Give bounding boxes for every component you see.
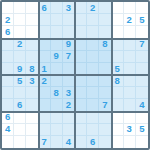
cell-r7c5[interactable] (51, 75, 63, 87)
cell-r8c7[interactable] (75, 87, 87, 99)
cell-r11c11[interactable]: 3 (124, 124, 136, 136)
given-digit: 5 (139, 15, 144, 25)
given-digit: 6 (90, 137, 95, 147)
cell-r2c4[interactable] (39, 14, 51, 26)
given-digit: 2 (41, 76, 46, 86)
cell-r2c7[interactable] (75, 14, 87, 26)
box-divider-horizontal-2 (2, 74, 148, 76)
given-digit: 8 (54, 88, 59, 98)
cell-r4c1[interactable] (2, 39, 14, 51)
cell-r7c2[interactable]: 5 (14, 75, 26, 87)
given-digit: 3 (66, 88, 71, 98)
cell-r5c12[interactable] (136, 51, 148, 63)
given-digit: 9 (17, 64, 22, 74)
cell-r4c7[interactable] (75, 39, 87, 51)
given-digit: 2 (5, 15, 10, 25)
cell-r10c10[interactable] (112, 112, 124, 124)
cell-r8c4[interactable] (39, 87, 51, 99)
cell-r7c11[interactable] (124, 75, 136, 87)
cell-r2c1[interactable]: 2 (2, 14, 14, 26)
cell-r2c8[interactable] (87, 14, 99, 26)
cell-r5c2[interactable] (14, 51, 26, 63)
cell-r1c4[interactable]: 6 (39, 2, 51, 14)
given-digit: 6 (41, 3, 46, 13)
given-digit: 2 (66, 100, 71, 110)
cell-r4c10[interactable] (112, 39, 124, 51)
cell-r1c5[interactable] (51, 2, 63, 14)
cell-r8c12[interactable] (136, 87, 148, 99)
cell-r1c11[interactable] (124, 2, 136, 14)
box-divider-horizontal-3 (2, 111, 148, 113)
cell-r5c8[interactable] (87, 51, 99, 63)
cell-r2c2[interactable] (14, 14, 26, 26)
cell-r5c10[interactable] (112, 51, 124, 63)
given-digit: 4 (139, 100, 144, 110)
cell-r12c12[interactable] (136, 136, 148, 148)
cell-r8c2[interactable] (14, 87, 26, 99)
given-digit: 4 (5, 124, 10, 134)
cell-r12c10[interactable] (112, 136, 124, 148)
given-digit: 7 (41, 137, 46, 147)
cell-r11c5[interactable] (51, 124, 63, 136)
given-digit: 9 (66, 39, 71, 49)
cell-r5c7[interactable] (75, 51, 87, 63)
cell-r1c1[interactable] (2, 2, 14, 14)
cell-r11c4[interactable] (39, 124, 51, 136)
cell-r4c8[interactable] (87, 39, 99, 51)
cell-r11c2[interactable] (14, 124, 26, 136)
given-digit: 8 (102, 39, 107, 49)
cell-r1c10[interactable] (112, 2, 124, 14)
cell-r10c1[interactable]: 6 (2, 112, 14, 124)
cell-r1c2[interactable] (14, 2, 26, 14)
given-digit: 6 (5, 27, 10, 37)
cell-r11c10[interactable] (112, 124, 124, 136)
cell-r2c12[interactable]: 5 (136, 14, 148, 26)
given-digit: 7 (66, 51, 71, 61)
given-digit: 2 (90, 3, 95, 13)
cell-r12c2[interactable] (14, 136, 26, 148)
cell-r4c5[interactable] (51, 39, 63, 51)
cell-r12c4[interactable]: 7 (39, 136, 51, 148)
cell-r12c8[interactable]: 6 (87, 136, 99, 148)
cell-r10c12[interactable] (136, 112, 148, 124)
cell-r11c12[interactable]: 5 (136, 124, 148, 136)
given-digit: 7 (102, 100, 107, 110)
cell-r12c11[interactable] (124, 136, 136, 148)
given-digit: 5 (114, 64, 119, 74)
given-digit: 8 (29, 64, 34, 74)
cell-r7c4[interactable]: 2 (39, 75, 51, 87)
sudoku-board: 6322256298797981553288362746435746 (0, 0, 150, 150)
given-digit: 8 (114, 76, 119, 86)
cell-r11c1[interactable]: 4 (2, 124, 14, 136)
given-digit: 4 (66, 137, 71, 147)
box-divider-horizontal-1 (2, 38, 148, 40)
cell-r8c8[interactable] (87, 87, 99, 99)
cell-r4c4[interactable] (39, 39, 51, 51)
cell-r1c12[interactable] (136, 2, 148, 14)
cell-r4c2[interactable]: 2 (14, 39, 26, 51)
given-digit: 2 (127, 15, 132, 25)
cell-r10c4[interactable] (39, 112, 51, 124)
cell-r1c8[interactable]: 2 (87, 2, 99, 14)
given-digit: 6 (5, 112, 10, 122)
cell-r10c7[interactable] (75, 112, 87, 124)
cell-r10c2[interactable] (14, 112, 26, 124)
given-digit: 2 (17, 39, 22, 49)
cell-r5c11[interactable] (124, 51, 136, 63)
cell-r4c12[interactable]: 7 (136, 39, 148, 51)
given-digit: 3 (29, 76, 34, 86)
cell-r7c12[interactable] (136, 75, 148, 87)
cell-r5c1[interactable] (2, 51, 14, 63)
given-digit: 6 (17, 100, 22, 110)
cell-r12c7[interactable] (75, 136, 87, 148)
cell-r1c7[interactable] (75, 2, 87, 14)
given-digit: 3 (127, 124, 132, 134)
cell-r5c5[interactable]: 9 (51, 51, 63, 63)
cell-r11c8[interactable] (87, 124, 99, 136)
cell-r7c1[interactable] (2, 75, 14, 87)
cell-r7c7[interactable] (75, 75, 87, 87)
cell-r2c10[interactable] (112, 14, 124, 26)
cell-r2c5[interactable] (51, 14, 63, 26)
cell-r8c10[interactable] (112, 87, 124, 99)
cell-r8c5[interactable]: 8 (51, 87, 63, 99)
given-digit: 3 (66, 3, 71, 13)
cell-r7c10[interactable]: 8 (112, 75, 124, 87)
given-digit: 7 (139, 39, 144, 49)
cell-r10c8[interactable] (87, 112, 99, 124)
cell-r10c5[interactable] (51, 112, 63, 124)
cell-r8c11[interactable] (124, 87, 136, 99)
cell-r2c11[interactable]: 2 (124, 14, 136, 26)
given-digit: 5 (139, 124, 144, 134)
given-digit: 1 (41, 64, 46, 74)
cell-r12c1[interactable] (2, 136, 14, 148)
cell-r12c5[interactable] (51, 136, 63, 148)
cell-r7c8[interactable] (87, 75, 99, 87)
cell-r8c1[interactable] (2, 87, 14, 99)
given-digit: 5 (17, 76, 22, 86)
cell-r10c11[interactable] (124, 112, 136, 124)
cell-r11c7[interactable] (75, 124, 87, 136)
cell-r4c11[interactable] (124, 39, 136, 51)
given-digit: 9 (54, 51, 59, 61)
cell-r5c4[interactable] (39, 51, 51, 63)
